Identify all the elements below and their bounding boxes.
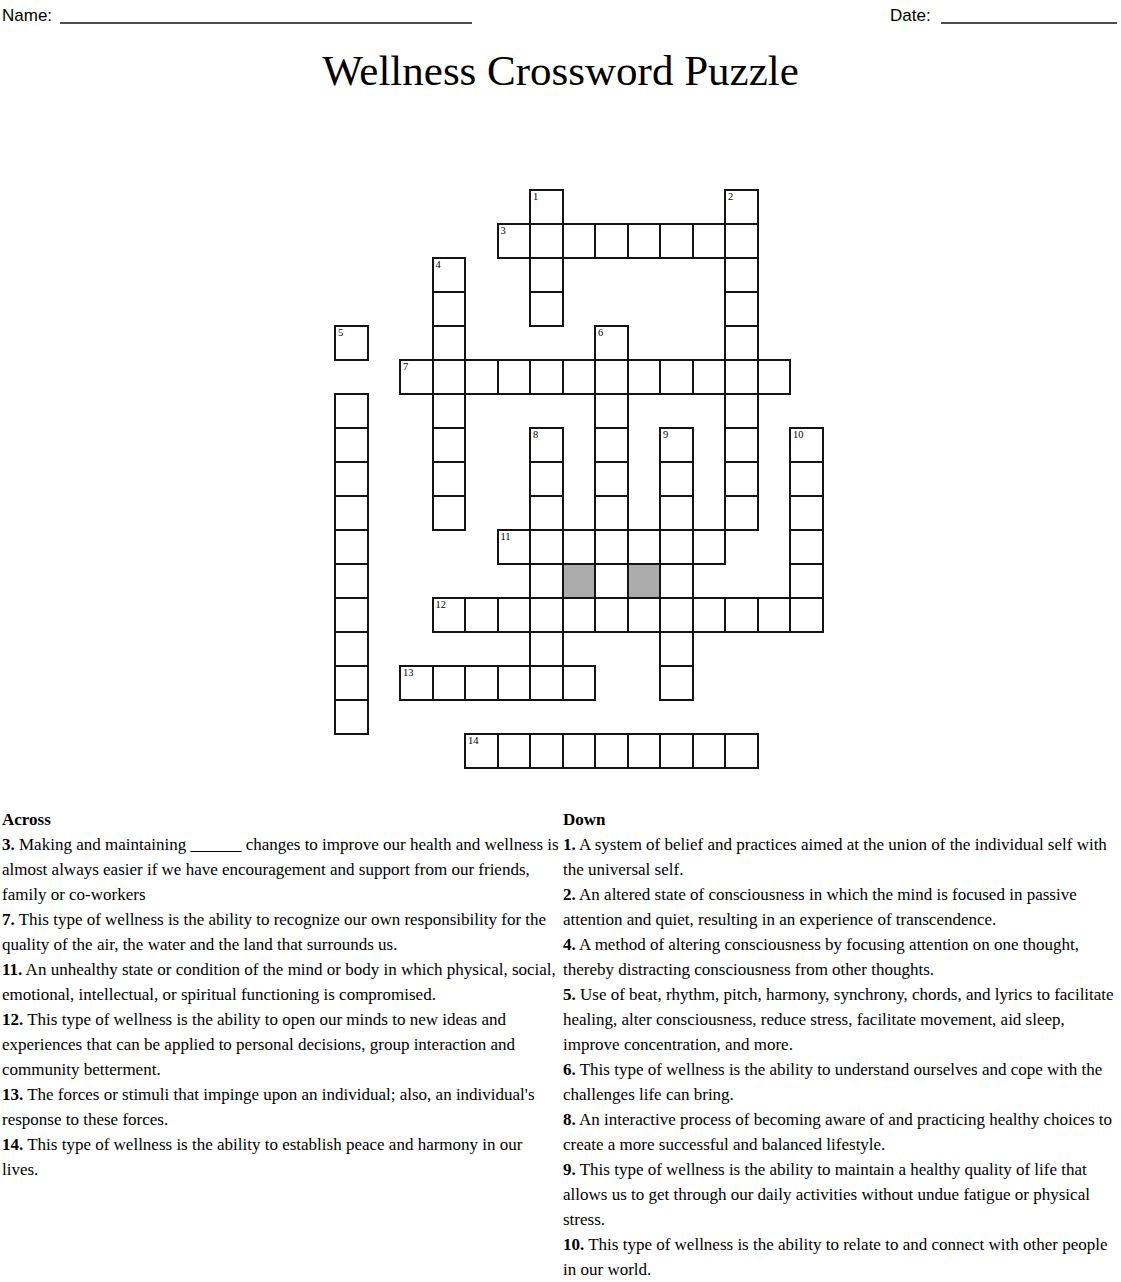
across-clues-section: Across 3. Making and maintaining ______ … bbox=[2, 807, 559, 1182]
grid-cell-r16c5[interactable] bbox=[497, 733, 532, 769]
grid-cell-r10c14[interactable] bbox=[789, 529, 824, 565]
grid-cell-r0c12[interactable]: 2 bbox=[724, 189, 759, 225]
across-heading: Across bbox=[2, 807, 559, 832]
grid-cell-r14c2[interactable]: 13 bbox=[399, 665, 434, 701]
grid-cell-r16c6[interactable] bbox=[529, 733, 564, 769]
down-clue-9: 9. This type of wellness is the ability … bbox=[563, 1157, 1119, 1232]
grid-cell-r12c5[interactable] bbox=[497, 597, 532, 633]
across-clue-3: 3. Making and maintaining ______ changes… bbox=[2, 832, 559, 907]
grid-cell-r13c6[interactable] bbox=[529, 631, 564, 667]
grid-cell-r8c10[interactable] bbox=[659, 461, 694, 497]
grid-cell-r2c3[interactable]: 4 bbox=[432, 257, 467, 293]
grid-cell-r14c5[interactable] bbox=[497, 665, 532, 701]
across-clue-list: 3. Making and maintaining ______ changes… bbox=[2, 832, 559, 1182]
worksheet-page: Name: Date: Wellness Crossword Puzzle 12… bbox=[0, 0, 1121, 1282]
grid-cell-r7c10[interactable]: 9 bbox=[659, 427, 694, 463]
grid-cell-r5c2[interactable]: 7 bbox=[399, 359, 434, 395]
grid-cell-r14c0[interactable] bbox=[334, 665, 369, 701]
grid-cell-r9c14[interactable] bbox=[789, 495, 824, 531]
clue-number-9: 9 bbox=[663, 429, 668, 441]
clue-number-5: 5 bbox=[338, 327, 343, 339]
grid-cell-r5c8[interactable] bbox=[594, 359, 629, 395]
clue-number-12: 12 bbox=[436, 599, 447, 611]
grid-cell-r1c6[interactable] bbox=[529, 223, 564, 259]
grid-cell-r14c6[interactable] bbox=[529, 665, 564, 701]
grid-cell-r3c6[interactable] bbox=[529, 291, 564, 327]
grid-cell-r8c12[interactable] bbox=[724, 461, 759, 497]
grid-cell-r14c10[interactable] bbox=[659, 665, 694, 701]
grid-cell-r10c8[interactable] bbox=[594, 529, 629, 565]
grid-cell-r9c3[interactable] bbox=[432, 495, 467, 531]
grid-cell-r5c11[interactable] bbox=[692, 359, 727, 395]
down-clue-5: 5. Use of beat, rhythm, pitch, harmony, … bbox=[563, 982, 1119, 1057]
date-label: Date: bbox=[890, 6, 931, 26]
across-clue-13: 13. The forces or stimuli that impinge u… bbox=[2, 1082, 559, 1132]
grid-cell-r7c3[interactable] bbox=[432, 427, 467, 463]
grid-cell-r12c0[interactable] bbox=[334, 597, 369, 633]
grid-cell-r9c12[interactable] bbox=[724, 495, 759, 531]
grid-cell-r14c3[interactable] bbox=[432, 665, 467, 701]
grid-cell-r6c3[interactable] bbox=[432, 393, 467, 429]
clue-number-7: 7 bbox=[403, 361, 408, 373]
grid-cell-r7c0[interactable] bbox=[334, 427, 369, 463]
grid-cell-r12c9[interactable] bbox=[627, 597, 662, 633]
across-clue-7: 7. This type of wellness is the ability … bbox=[2, 907, 559, 957]
clue-number-4: 4 bbox=[436, 259, 441, 271]
grid-cell-r8c8[interactable] bbox=[594, 461, 629, 497]
grid-cell-r16c10[interactable] bbox=[659, 733, 694, 769]
grid-cell-r10c9[interactable] bbox=[627, 529, 662, 565]
grid-cell-r12c12[interactable] bbox=[724, 597, 759, 633]
grid-cell-r4c8[interactable]: 6 bbox=[594, 325, 629, 361]
across-clue-11: 11. An unhealthy state or condition of t… bbox=[2, 957, 559, 1007]
grid-cell-r2c6[interactable] bbox=[529, 257, 564, 293]
grid-cell-r5c9[interactable] bbox=[627, 359, 662, 395]
grid-cell-r1c12[interactable] bbox=[724, 223, 759, 259]
grid-cell-r8c14[interactable] bbox=[789, 461, 824, 497]
grid-cell-r6c0[interactable] bbox=[334, 393, 369, 429]
grid-cell-r12c14[interactable] bbox=[789, 597, 824, 633]
grid-cell-r12c7[interactable] bbox=[562, 597, 597, 633]
grid-cell-r12c10[interactable] bbox=[659, 597, 694, 633]
down-clue-8: 8. An interactive process of becoming aw… bbox=[563, 1107, 1119, 1157]
page-title: Wellness Crossword Puzzle bbox=[0, 47, 1121, 95]
clue-number-6: 6 bbox=[598, 327, 603, 339]
grid-cell-r11c0[interactable] bbox=[334, 563, 369, 599]
grid-cell-r5c13[interactable] bbox=[757, 359, 792, 395]
grid-cell-r16c8[interactable] bbox=[594, 733, 629, 769]
clue-number-11: 11 bbox=[501, 531, 511, 543]
grid-cell-r10c11[interactable] bbox=[692, 529, 727, 565]
grid-cell-r7c14[interactable]: 10 bbox=[789, 427, 824, 463]
across-clue-12: 12. This type of wellness is the ability… bbox=[2, 1007, 559, 1082]
clue-number-2: 2 bbox=[728, 191, 733, 203]
grid-cell-r14c7[interactable] bbox=[562, 665, 597, 701]
grid-cell-r6c8[interactable] bbox=[594, 393, 629, 429]
down-clues-section: Down 1. A system of belief and practices… bbox=[563, 807, 1119, 1282]
down-clue-1: 1. A system of belief and practices aime… bbox=[563, 832, 1119, 882]
grid-cell-r4c12[interactable] bbox=[724, 325, 759, 361]
grid-cell-r3c12[interactable] bbox=[724, 291, 759, 327]
grid-cell-r12c6[interactable] bbox=[529, 597, 564, 633]
down-clue-list: 1. A system of belief and practices aime… bbox=[563, 832, 1119, 1282]
grid-cell-r7c12[interactable] bbox=[724, 427, 759, 463]
across-clue-14: 14. This type of wellness is the ability… bbox=[2, 1132, 559, 1182]
grid-cell-r2c12[interactable] bbox=[724, 257, 759, 293]
crossword-grid: 1234567891011121314 bbox=[334, 189, 824, 769]
grid-cell-r15c0[interactable] bbox=[334, 699, 369, 735]
grid-cell-r7c6[interactable]: 8 bbox=[529, 427, 564, 463]
grid-cell-r4c3[interactable] bbox=[432, 325, 467, 361]
grid-cell-r5c7[interactable] bbox=[562, 359, 597, 395]
down-clue-10: 10. This type of wellness is the ability… bbox=[563, 1232, 1119, 1282]
shaded-cell-r11c9 bbox=[627, 563, 662, 599]
grid-cell-r11c6[interactable] bbox=[529, 563, 564, 599]
grid-cell-r0c6[interactable]: 1 bbox=[529, 189, 564, 225]
grid-cell-r6c12[interactable] bbox=[724, 393, 759, 429]
grid-cell-r16c4[interactable]: 14 bbox=[464, 733, 499, 769]
grid-cell-r5c10[interactable] bbox=[659, 359, 694, 395]
grid-cell-r1c8[interactable] bbox=[594, 223, 629, 259]
grid-cell-r10c10[interactable] bbox=[659, 529, 694, 565]
clue-number-3: 3 bbox=[501, 225, 506, 237]
grid-cell-r11c10[interactable] bbox=[659, 563, 694, 599]
grid-cell-r16c9[interactable] bbox=[627, 733, 662, 769]
grid-cell-r1c10[interactable] bbox=[659, 223, 694, 259]
grid-cell-r12c8[interactable] bbox=[594, 597, 629, 633]
grid-cell-r9c6[interactable] bbox=[529, 495, 564, 531]
grid-cell-r5c4[interactable] bbox=[464, 359, 499, 395]
grid-cell-r5c6[interactable] bbox=[529, 359, 564, 395]
grid-cell-r10c7[interactable] bbox=[562, 529, 597, 565]
clue-number-1: 1 bbox=[533, 191, 538, 203]
grid-cell-r3c3[interactable] bbox=[432, 291, 467, 327]
grid-cell-r12c13[interactable] bbox=[757, 597, 792, 633]
grid-cell-r14c4[interactable] bbox=[464, 665, 499, 701]
down-clue-2: 2. An altered state of consciousness in … bbox=[563, 882, 1119, 932]
grid-cell-r8c6[interactable] bbox=[529, 461, 564, 497]
grid-cell-r12c11[interactable] bbox=[692, 597, 727, 633]
date-input-line[interactable] bbox=[941, 6, 1117, 24]
down-heading: Down bbox=[563, 807, 1119, 832]
grid-cell-r10c5[interactable]: 11 bbox=[497, 529, 532, 565]
grid-cell-r8c0[interactable] bbox=[334, 461, 369, 497]
clue-number-14: 14 bbox=[468, 735, 479, 747]
name-input-line[interactable] bbox=[60, 6, 472, 24]
grid-cell-r1c5[interactable]: 3 bbox=[497, 223, 532, 259]
grid-cell-r5c3[interactable] bbox=[432, 359, 467, 395]
clue-number-8: 8 bbox=[533, 429, 538, 441]
grid-cell-r11c8[interactable] bbox=[594, 563, 629, 599]
grid-cell-r4c0[interactable]: 5 bbox=[334, 325, 369, 361]
grid-cell-r8c3[interactable] bbox=[432, 461, 467, 497]
grid-cell-r12c3[interactable]: 12 bbox=[432, 597, 467, 633]
clue-number-10: 10 bbox=[793, 429, 804, 441]
grid-cell-r10c0[interactable] bbox=[334, 529, 369, 565]
grid-cell-r7c8[interactable] bbox=[594, 427, 629, 463]
grid-cell-r1c11[interactable] bbox=[692, 223, 727, 259]
grid-cell-r16c12[interactable] bbox=[724, 733, 759, 769]
name-label: Name: bbox=[2, 6, 52, 26]
down-clue-4: 4. A method of altering consciousness by… bbox=[563, 932, 1119, 982]
grid-cell-r11c14[interactable] bbox=[789, 563, 824, 599]
down-clue-6: 6. This type of wellness is the ability … bbox=[563, 1057, 1119, 1107]
grid-cell-r9c0[interactable] bbox=[334, 495, 369, 531]
grid-cell-r5c5[interactable] bbox=[497, 359, 532, 395]
grid-cell-r13c0[interactable] bbox=[334, 631, 369, 667]
grid-cell-r16c7[interactable] bbox=[562, 733, 597, 769]
shaded-cell-r11c7 bbox=[562, 563, 597, 599]
grid-cell-r9c8[interactable] bbox=[594, 495, 629, 531]
grid-cell-r16c11[interactable] bbox=[692, 733, 727, 769]
grid-cell-r10c6[interactable] bbox=[529, 529, 564, 565]
grid-cell-r12c4[interactable] bbox=[464, 597, 499, 633]
clue-number-13: 13 bbox=[403, 667, 414, 679]
grid-cell-r1c9[interactable] bbox=[627, 223, 662, 259]
grid-cell-r9c10[interactable] bbox=[659, 495, 694, 531]
grid-cell-r1c7[interactable] bbox=[562, 223, 597, 259]
grid-cell-r13c10[interactable] bbox=[659, 631, 694, 667]
grid-cell-r5c12[interactable] bbox=[724, 359, 759, 395]
